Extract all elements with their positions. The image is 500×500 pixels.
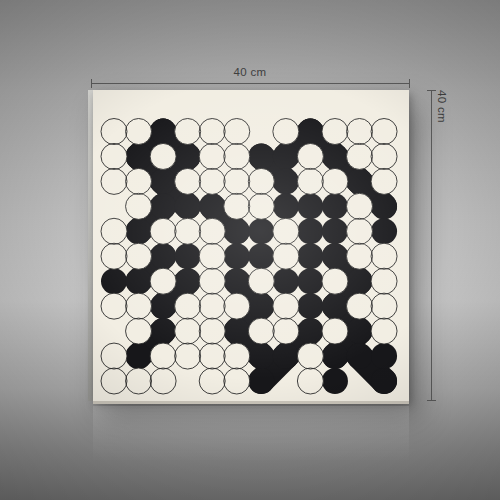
stone-black <box>248 368 274 394</box>
stone-black <box>126 143 152 169</box>
stone-black <box>150 168 176 194</box>
stone-black <box>322 343 348 369</box>
stone-black <box>175 143 201 169</box>
stone-black <box>297 318 323 344</box>
width-dimension-line <box>91 83 410 84</box>
stone-black <box>273 143 299 169</box>
height-dimension-label: 40 cm <box>436 90 448 401</box>
height-dimension-tick-bottom <box>427 400 436 401</box>
stone-black <box>347 318 373 344</box>
poster-canvas[interactable] <box>93 90 409 401</box>
width-dimension-label: 40 cm <box>0 66 500 78</box>
stone-black <box>297 268 323 294</box>
stone-black <box>150 293 176 319</box>
stone-black <box>371 193 397 219</box>
stone-black <box>175 268 201 294</box>
stone-black <box>175 193 201 219</box>
stone-black <box>175 243 201 269</box>
height-dimension-line <box>431 90 432 401</box>
stone-black <box>371 218 397 244</box>
stone-black <box>322 218 348 244</box>
stone-black <box>199 193 225 219</box>
stone-black <box>224 218 250 244</box>
stone-black <box>347 343 373 369</box>
stone-black <box>322 243 348 269</box>
stone-black <box>297 243 323 269</box>
stone-black <box>322 293 348 319</box>
stone-black <box>224 243 250 269</box>
stone-black <box>347 268 373 294</box>
stone-black <box>150 119 176 145</box>
stone-black <box>371 343 397 369</box>
height-dimension-tick-top <box>427 90 436 91</box>
scene: 40 cm 40 cm <box>0 0 500 500</box>
stone-black <box>347 168 373 194</box>
stone-black <box>150 243 176 269</box>
stone-black <box>371 368 397 394</box>
stone-black <box>126 268 152 294</box>
stone-black <box>273 343 299 369</box>
stone-black <box>248 343 274 369</box>
stone-black <box>273 268 299 294</box>
poster-floor-reflection <box>93 406 409 462</box>
stone-black <box>273 168 299 194</box>
stone-black <box>297 293 323 319</box>
stone-black <box>248 293 274 319</box>
stone-black <box>322 143 348 169</box>
stone-black <box>126 343 152 369</box>
stone-black <box>297 218 323 244</box>
stone-black <box>101 268 127 294</box>
poster-bottom-edge <box>93 401 409 404</box>
stone-black <box>150 318 176 344</box>
stone-black <box>150 193 176 219</box>
stone-black <box>322 368 348 394</box>
board-svg <box>93 90 409 401</box>
stone-black <box>248 143 274 169</box>
stone-black <box>224 318 250 344</box>
stone-black <box>248 243 274 269</box>
stone-black <box>297 193 323 219</box>
stone-black <box>273 193 299 219</box>
stone-black <box>248 218 274 244</box>
stone-black <box>126 218 152 244</box>
width-dimension-tick-right <box>409 79 410 88</box>
stone-black <box>322 193 348 219</box>
width-dimension-tick-left <box>91 79 92 88</box>
stone-black <box>224 268 250 294</box>
stone-black <box>297 119 323 145</box>
